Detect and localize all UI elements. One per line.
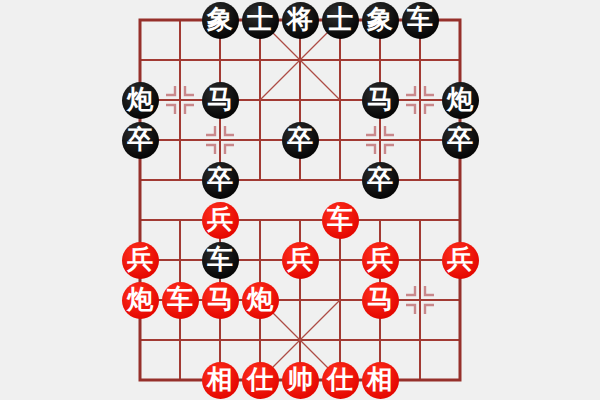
piece-red-advisor[interactable]: 仕 — [322, 362, 359, 399]
piece-black-chariot[interactable]: 车 — [202, 242, 239, 279]
board-point-7-0: 车 — [400, 0, 440, 40]
board-point-2-2: 马 — [200, 80, 240, 120]
board-point-4-9: 帅 — [280, 360, 320, 400]
piece-red-advisor[interactable]: 仕 — [242, 362, 279, 399]
board-point-5-5: 车 — [320, 200, 360, 240]
board-point-0-3: 卒 — [120, 120, 160, 160]
board-point-5-0: 士 — [320, 0, 360, 40]
piece-red-soldier[interactable]: 兵 — [442, 242, 479, 279]
board-point-5-9: 仕 — [320, 360, 360, 400]
piece-red-chariot[interactable]: 车 — [322, 202, 359, 239]
piece-black-advisor[interactable]: 士 — [242, 2, 279, 39]
board-point-8-6: 兵 — [440, 240, 480, 280]
board-point-0-6: 兵 — [120, 240, 160, 280]
board-point-0-7: 炮 — [120, 280, 160, 320]
board-point-4-6: 兵 — [280, 240, 320, 280]
piece-black-elephant[interactable]: 象 — [202, 2, 239, 39]
board-point-2-9: 相 — [200, 360, 240, 400]
piece-black-horse[interactable]: 马 — [362, 82, 399, 119]
board-point-6-4: 卒 — [360, 160, 400, 200]
piece-red-cannon[interactable]: 炮 — [122, 282, 159, 319]
board-point-2-5: 兵 — [200, 200, 240, 240]
piece-red-elephant[interactable]: 相 — [362, 362, 399, 399]
piece-red-soldier[interactable]: 兵 — [202, 202, 239, 239]
board-point-2-0: 象 — [200, 0, 240, 40]
board-point-6-7: 马 — [360, 280, 400, 320]
piece-red-elephant[interactable]: 相 — [202, 362, 239, 399]
piece-black-chariot[interactable]: 车 — [402, 2, 439, 39]
board-point-6-9: 相 — [360, 360, 400, 400]
piece-black-soldier[interactable]: 卒 — [202, 162, 239, 199]
board-point-6-0: 象 — [360, 0, 400, 40]
piece-black-cannon[interactable]: 炮 — [442, 82, 479, 119]
board-point-1-7: 车 — [160, 280, 200, 320]
board-point-3-9: 仕 — [240, 360, 280, 400]
board-point-4-3: 卒 — [280, 120, 320, 160]
piece-black-general[interactable]: 将 — [282, 2, 319, 39]
piece-red-horse[interactable]: 马 — [202, 282, 239, 319]
board-point-4-0: 将 — [280, 0, 320, 40]
board-point-8-3: 卒 — [440, 120, 480, 160]
board-point-8-2: 炮 — [440, 80, 480, 120]
piece-red-soldier[interactable]: 兵 — [282, 242, 319, 279]
board-point-6-6: 兵 — [360, 240, 400, 280]
piece-black-elephant[interactable]: 象 — [362, 2, 399, 39]
piece-black-soldier[interactable]: 卒 — [282, 122, 319, 159]
piece-black-cannon[interactable]: 炮 — [122, 82, 159, 119]
piece-black-soldier[interactable]: 卒 — [362, 162, 399, 199]
board-point-6-2: 马 — [360, 80, 400, 120]
xiangqi-app: 象士将士象车炮马马炮卒卒卒卒卒兵车兵车兵兵兵炮车马炮马相仕帅仕相 — [0, 0, 600, 400]
piece-black-soldier[interactable]: 卒 — [442, 122, 479, 159]
piece-red-general[interactable]: 帅 — [282, 362, 319, 399]
board-point-0-2: 炮 — [120, 80, 160, 120]
board-point-3-7: 炮 — [240, 280, 280, 320]
piece-red-cannon[interactable]: 炮 — [242, 282, 279, 319]
board-point-2-7: 马 — [200, 280, 240, 320]
xiangqi-board: 象士将士象车炮马马炮卒卒卒卒卒兵车兵车兵兵兵炮车马炮马相仕帅仕相 — [120, 0, 480, 400]
piece-red-soldier[interactable]: 兵 — [122, 242, 159, 279]
piece-red-chariot[interactable]: 车 — [162, 282, 199, 319]
piece-black-soldier[interactable]: 卒 — [122, 122, 159, 159]
piece-black-horse[interactable]: 马 — [202, 82, 239, 119]
board-point-2-4: 卒 — [200, 160, 240, 200]
board-point-2-6: 车 — [200, 240, 240, 280]
board-point-3-0: 士 — [240, 0, 280, 40]
piece-black-advisor[interactable]: 士 — [322, 2, 359, 39]
piece-red-horse[interactable]: 马 — [362, 282, 399, 319]
piece-red-soldier[interactable]: 兵 — [362, 242, 399, 279]
